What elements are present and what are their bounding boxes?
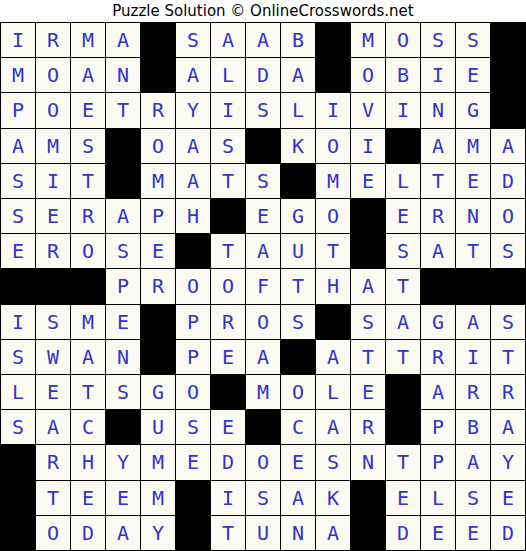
letter-cell-r10c14: I (456, 340, 490, 374)
letter-cell-r5c14: E (456, 164, 490, 198)
letter-cell-r5c7: T (211, 164, 245, 198)
block-cell-r7c6 (176, 234, 210, 268)
letter-cell-r11c5: G (141, 375, 175, 409)
block-cell-r12c12 (386, 410, 420, 444)
letter-cell-r15c3: D (71, 516, 105, 550)
letter-cell-r14c10: K (316, 481, 350, 515)
letter-cell-r10c10: A (316, 340, 350, 374)
letter-cell-r14c5: M (141, 481, 175, 515)
letter-cell-r8c8: F (246, 269, 280, 303)
letter-cell-r3c3: E (71, 93, 105, 127)
block-cell-r8c14 (456, 269, 490, 303)
letter-cell-r7c10: T (316, 234, 350, 268)
letter-cell-r1c14: S (456, 23, 490, 57)
letter-cell-r15c15: D (491, 516, 525, 550)
letter-cell-r13c7: D (211, 445, 245, 479)
letter-cell-r8c7: O (211, 269, 245, 303)
letter-cell-r1c11: M (351, 23, 385, 57)
block-cell-r8c3 (71, 269, 105, 303)
letter-cell-r13c4: Y (106, 445, 140, 479)
letter-cell-r6c15: O (491, 199, 525, 233)
letter-cell-r14c12: E (386, 481, 420, 515)
letter-cell-r4c9: K (281, 129, 315, 163)
letter-cell-r12c7: E (211, 410, 245, 444)
letter-cell-r13c6: E (176, 445, 210, 479)
letter-cell-r11c1: L (1, 375, 35, 409)
letter-cell-r4c11: I (351, 129, 385, 163)
letter-cell-r11c2: E (36, 375, 70, 409)
letter-cell-r3c6: Y (176, 93, 210, 127)
block-cell-r8c2 (36, 269, 70, 303)
block-cell-r8c1 (1, 269, 35, 303)
letter-cell-r7c14: T (456, 234, 490, 268)
letter-cell-r7c1: E (1, 234, 35, 268)
block-cell-r8c15 (491, 269, 525, 303)
letter-cell-r7c8: A (246, 234, 280, 268)
letter-cell-r10c4: N (106, 340, 140, 374)
letter-cell-r10c1: S (1, 340, 35, 374)
block-cell-r6c11 (351, 199, 385, 233)
letter-cell-r1c6: S (176, 23, 210, 57)
block-cell-r10c9 (281, 340, 315, 374)
letter-cell-r6c6: H (176, 199, 210, 233)
letter-cell-r6c4: A (106, 199, 140, 233)
letter-cell-r4c13: A (421, 129, 455, 163)
block-cell-r11c7 (211, 375, 245, 409)
letter-cell-r3c4: T (106, 93, 140, 127)
block-cell-r14c6 (176, 481, 210, 515)
crossword-grid: IRMASAABMOSSMOANALDAOBIEPOETRYISLIVINGAM… (0, 22, 526, 551)
letter-cell-r1c12: O (386, 23, 420, 57)
letter-cell-r6c9: G (281, 199, 315, 233)
letter-cell-r14c14: S (456, 481, 490, 515)
letter-cell-r5c8: S (246, 164, 280, 198)
letter-cell-r12c13: P (421, 410, 455, 444)
letter-cell-r3c7: I (211, 93, 245, 127)
letter-cell-r12c6: S (176, 410, 210, 444)
letter-cell-r5c12: L (386, 164, 420, 198)
letter-cell-r6c2: E (36, 199, 70, 233)
letter-cell-r6c13: R (421, 199, 455, 233)
letter-cell-r2c12: B (386, 58, 420, 92)
letter-cell-r11c13: A (421, 375, 455, 409)
letter-cell-r11c10: L (316, 375, 350, 409)
letter-cell-r13c9: E (281, 445, 315, 479)
letter-cell-r11c14: R (456, 375, 490, 409)
block-cell-r1c5 (141, 23, 175, 57)
letter-cell-r3c9: L (281, 93, 315, 127)
letter-cell-r5c1: S (1, 164, 35, 198)
block-cell-r4c8 (246, 129, 280, 163)
letter-cell-r13c8: O (246, 445, 280, 479)
letter-cell-r1c7: A (211, 23, 245, 57)
letter-cell-r3c2: O (36, 93, 70, 127)
letter-cell-r12c5: U (141, 410, 175, 444)
block-cell-r4c12 (386, 129, 420, 163)
letter-cell-r9c15: S (491, 305, 525, 339)
block-cell-r4c4 (106, 129, 140, 163)
letter-cell-r1c1: I (1, 23, 35, 57)
letter-cell-r13c12: T (386, 445, 420, 479)
letter-cell-r9c13: G (421, 305, 455, 339)
letter-cell-r13c5: M (141, 445, 175, 479)
letter-cell-r5c10: M (316, 164, 350, 198)
letter-cell-r12c15: A (491, 410, 525, 444)
letter-cell-r9c7: R (211, 305, 245, 339)
block-cell-r3c15 (491, 93, 525, 127)
block-cell-r15c1 (1, 516, 35, 550)
letter-cell-r4c14: M (456, 129, 490, 163)
letter-cell-r7c2: R (36, 234, 70, 268)
letter-cell-r15c12: D (386, 516, 420, 550)
letter-cell-r15c10: A (316, 516, 350, 550)
letter-cell-r12c1: S (1, 410, 35, 444)
letter-cell-r11c4: S (106, 375, 140, 409)
letter-cell-r8c5: R (141, 269, 175, 303)
letter-cell-r9c11: S (351, 305, 385, 339)
letter-cell-r7c3: O (71, 234, 105, 268)
letter-cell-r6c10: O (316, 199, 350, 233)
letter-cell-r7c9: U (281, 234, 315, 268)
block-cell-r15c6 (176, 516, 210, 550)
letter-cell-r11c11: E (351, 375, 385, 409)
letter-cell-r7c4: S (106, 234, 140, 268)
letter-cell-r15c5: Y (141, 516, 175, 550)
letter-cell-r1c4: A (106, 23, 140, 57)
letter-cell-r8c11: A (351, 269, 385, 303)
block-cell-r14c1 (1, 481, 35, 515)
letter-cell-r3c13: N (421, 93, 455, 127)
block-cell-r12c4 (106, 410, 140, 444)
letter-cell-r9c6: P (176, 305, 210, 339)
letter-cell-r15c7: T (211, 516, 245, 550)
letter-cell-r1c13: S (421, 23, 455, 57)
letter-cell-r5c5: M (141, 164, 175, 198)
block-cell-r9c5 (141, 305, 175, 339)
block-cell-r8c13 (421, 269, 455, 303)
letter-cell-r6c5: P (141, 199, 175, 233)
letter-cell-r14c8: S (246, 481, 280, 515)
block-cell-r9c10 (316, 305, 350, 339)
block-cell-r2c10 (316, 58, 350, 92)
letter-cell-r1c8: A (246, 23, 280, 57)
letter-cell-r10c8: A (246, 340, 280, 374)
letter-cell-r10c2: W (36, 340, 70, 374)
letter-cell-r9c8: O (246, 305, 280, 339)
letter-cell-r6c12: E (386, 199, 420, 233)
letter-cell-r2c13: I (421, 58, 455, 92)
letter-cell-r4c7: S (211, 129, 245, 163)
letter-cell-r1c3: M (71, 23, 105, 57)
letter-cell-r6c14: N (456, 199, 490, 233)
letter-cell-r10c12: T (386, 340, 420, 374)
letter-cell-r10c3: A (71, 340, 105, 374)
block-cell-r1c10 (316, 23, 350, 57)
letter-cell-r9c12: A (386, 305, 420, 339)
page-title: Puzzle Solution © OnlineCrosswords.net (0, 0, 526, 22)
letter-cell-r14c4: E (106, 481, 140, 515)
letter-cell-r10c13: R (421, 340, 455, 374)
letter-cell-r12c10: A (316, 410, 350, 444)
letter-cell-r12c11: R (351, 410, 385, 444)
block-cell-r10c5 (141, 340, 175, 374)
letter-cell-r4c15: A (491, 129, 525, 163)
letter-cell-r7c5: E (141, 234, 175, 268)
letter-cell-r8c6: O (176, 269, 210, 303)
letter-cell-r7c15: S (491, 234, 525, 268)
block-cell-r13c1 (1, 445, 35, 479)
letter-cell-r10c11: T (351, 340, 385, 374)
letter-cell-r5c11: E (351, 164, 385, 198)
letter-cell-r13c3: H (71, 445, 105, 479)
block-cell-r7c11 (351, 234, 385, 268)
block-cell-r5c9 (281, 164, 315, 198)
letter-cell-r13c10: S (316, 445, 350, 479)
letter-cell-r11c9: O (281, 375, 315, 409)
letter-cell-r15c8: U (246, 516, 280, 550)
letter-cell-r9c14: A (456, 305, 490, 339)
letter-cell-r9c2: S (36, 305, 70, 339)
letter-cell-r7c13: A (421, 234, 455, 268)
letter-cell-r5c15: D (491, 164, 525, 198)
letter-cell-r5c2: I (36, 164, 70, 198)
block-cell-r1c15 (491, 23, 525, 57)
block-cell-r2c5 (141, 58, 175, 92)
letter-cell-r4c5: O (141, 129, 175, 163)
letter-cell-r9c3: M (71, 305, 105, 339)
letter-cell-r3c5: R (141, 93, 175, 127)
letter-cell-r13c15: Y (491, 445, 525, 479)
letter-cell-r2c1: M (1, 58, 35, 92)
letter-cell-r2c3: A (71, 58, 105, 92)
letter-cell-r4c1: A (1, 129, 35, 163)
letter-cell-r9c9: S (281, 305, 315, 339)
letter-cell-r1c2: R (36, 23, 70, 57)
letter-cell-r15c4: A (106, 516, 140, 550)
letter-cell-r15c9: N (281, 516, 315, 550)
letter-cell-r15c13: E (421, 516, 455, 550)
letter-cell-r13c13: P (421, 445, 455, 479)
letter-cell-r14c7: I (211, 481, 245, 515)
letter-cell-r10c7: E (211, 340, 245, 374)
letter-cell-r2c2: O (36, 58, 70, 92)
letter-cell-r11c15: R (491, 375, 525, 409)
letter-cell-r14c2: T (36, 481, 70, 515)
letter-cell-r6c1: S (1, 199, 35, 233)
letter-cell-r15c2: O (36, 516, 70, 550)
letter-cell-r8c9: T (281, 269, 315, 303)
letter-cell-r11c3: T (71, 375, 105, 409)
letter-cell-r3c12: I (386, 93, 420, 127)
letter-cell-r5c13: T (421, 164, 455, 198)
letter-cell-r3c10: I (316, 93, 350, 127)
block-cell-r6c7 (211, 199, 245, 233)
letter-cell-r3c1: P (1, 93, 35, 127)
letter-cell-r2c4: N (106, 58, 140, 92)
letter-cell-r13c14: A (456, 445, 490, 479)
letter-cell-r12c2: A (36, 410, 70, 444)
letter-cell-r11c6: O (176, 375, 210, 409)
letter-cell-r11c8: M (246, 375, 280, 409)
letter-cell-r14c15: E (491, 481, 525, 515)
letter-cell-r14c3: E (71, 481, 105, 515)
block-cell-r11c12 (386, 375, 420, 409)
letter-cell-r1c9: B (281, 23, 315, 57)
letter-cell-r6c8: E (246, 199, 280, 233)
puzzle-solution-page: Puzzle Solution © OnlineCrosswords.net I… (0, 0, 526, 551)
letter-cell-r8c12: T (386, 269, 420, 303)
letter-cell-r5c6: A (176, 164, 210, 198)
letter-cell-r12c9: C (281, 410, 315, 444)
letter-cell-r8c4: P (106, 269, 140, 303)
letter-cell-r8c10: H (316, 269, 350, 303)
letter-cell-r4c2: M (36, 129, 70, 163)
letter-cell-r10c15: T (491, 340, 525, 374)
letter-cell-r7c12: S (386, 234, 420, 268)
letter-cell-r4c10: O (316, 129, 350, 163)
letter-cell-r4c3: S (71, 129, 105, 163)
letter-cell-r9c4: E (106, 305, 140, 339)
letter-cell-r5c3: T (71, 164, 105, 198)
letter-cell-r4c6: A (176, 129, 210, 163)
letter-cell-r2c8: D (246, 58, 280, 92)
letter-cell-r12c14: B (456, 410, 490, 444)
letter-cell-r2c7: L (211, 58, 245, 92)
letter-cell-r2c9: A (281, 58, 315, 92)
letter-cell-r6c3: R (71, 199, 105, 233)
letter-cell-r9c1: I (1, 305, 35, 339)
letter-cell-r12c3: C (71, 410, 105, 444)
letter-cell-r10c6: P (176, 340, 210, 374)
letter-cell-r7c7: T (211, 234, 245, 268)
letter-cell-r13c2: R (36, 445, 70, 479)
letter-cell-r3c8: S (246, 93, 280, 127)
letter-cell-r2c11: O (351, 58, 385, 92)
letter-cell-r3c14: G (456, 93, 490, 127)
block-cell-r14c11 (351, 481, 385, 515)
letter-cell-r13c11: N (351, 445, 385, 479)
block-cell-r15c11 (351, 516, 385, 550)
letter-cell-r15c14: E (456, 516, 490, 550)
letter-cell-r3c11: V (351, 93, 385, 127)
letter-cell-r2c14: E (456, 58, 490, 92)
letter-cell-r2c6: A (176, 58, 210, 92)
block-cell-r5c4 (106, 164, 140, 198)
block-cell-r2c15 (491, 58, 525, 92)
letter-cell-r14c13: L (421, 481, 455, 515)
letter-cell-r14c9: A (281, 481, 315, 515)
block-cell-r12c8 (246, 410, 280, 444)
